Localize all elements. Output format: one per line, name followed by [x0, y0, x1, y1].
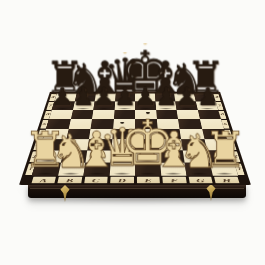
file-label-e: E — [136, 177, 159, 184]
board-scene: 87654321 ♜♞♝♛♚♝♞♜♟♟♟♟♟♟♟♟♟♟♟♟♟♟♟♟♜♞♝♛♚♝♞… — [19, 0, 251, 185]
square-h7[interactable]: ♟ — [195, 101, 218, 110]
black-pawn-f7[interactable]: ♟ — [155, 84, 177, 109]
square-b7[interactable]: ♟ — [73, 101, 95, 110]
rank-label-right-6: 6 — [218, 110, 226, 118]
board-tilt: 87654321 ♜♞♝♛♚♝♞♜♟♟♟♟♟♟♟♟♟♟♟♟♟♟♟♟♜♞♝♛♚♝♞… — [19, 92, 251, 185]
black-pawn-d7[interactable]: ♟ — [113, 84, 135, 109]
black-pawn-g7[interactable]: ♟ — [176, 84, 198, 109]
square-a6[interactable] — [49, 110, 73, 119]
square-h1[interactable]: ♜ — [209, 163, 238, 176]
square-g6[interactable] — [177, 110, 200, 119]
black-pawn-h7[interactable]: ♟ — [196, 84, 218, 109]
file-labels: ABCDEFGH — [29, 177, 240, 184]
file-label-f: F — [162, 177, 186, 184]
white-rook-h1[interactable]: ♜ — [203, 126, 246, 174]
square-c7[interactable]: ♟ — [93, 101, 114, 110]
board-squares: ♜♞♝♛♚♝♞♜♟♟♟♟♟♟♟♟♟♟♟♟♟♟♟♟♜♞♝♛♚♝♞♜ — [32, 93, 238, 175]
file-label-a: A — [31, 177, 56, 184]
file-label-h: H — [214, 177, 239, 184]
square-a7[interactable]: ♟ — [52, 101, 75, 110]
square-g7[interactable]: ♟ — [175, 101, 197, 110]
square-h6[interactable] — [197, 110, 221, 119]
file-label-g: G — [188, 177, 212, 184]
black-pawn-b7[interactable]: ♟ — [72, 84, 94, 109]
file-label-b: B — [57, 177, 81, 184]
file-label-d: D — [110, 177, 133, 184]
chess-set-photo: 87654321 ♜♞♝♛♚♝♞♜♟♟♟♟♟♟♟♟♟♟♟♟♟♟♟♟♜♞♝♛♚♝♞… — [0, 0, 265, 265]
file-label-c: C — [84, 177, 108, 184]
black-pawn-e7[interactable]: ♟ — [134, 84, 156, 109]
square-b6[interactable] — [70, 110, 93, 119]
black-pawn-a7[interactable]: ♟ — [51, 84, 73, 109]
board-frame: 87654321 ♜♞♝♛♚♝♞♜♟♟♟♟♟♟♟♟♟♟♟♟♟♟♟♟♜♞♝♛♚♝♞… — [19, 92, 251, 185]
black-pawn-c7[interactable]: ♟ — [93, 84, 115, 109]
